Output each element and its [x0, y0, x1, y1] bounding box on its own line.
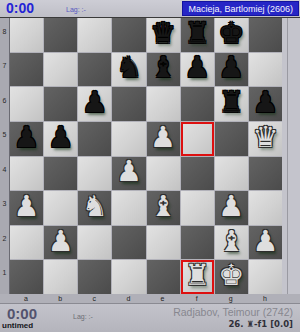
square-f4[interactable]: [181, 157, 214, 191]
top-lag-indicator: Lag: :-: [66, 6, 86, 13]
square-c1[interactable]: [78, 260, 111, 294]
file-label-c: c: [77, 294, 111, 303]
square-b3[interactable]: [44, 191, 77, 225]
piece-black-pawn-f7[interactable]: ♟: [184, 53, 210, 82]
square-a1[interactable]: [10, 260, 43, 294]
square-c8[interactable]: [78, 18, 111, 52]
square-e2[interactable]: [147, 226, 180, 260]
rank-label-8: 8: [0, 18, 9, 53]
square-h4[interactable]: [249, 157, 282, 191]
rank-labels: 87654321: [0, 18, 9, 294]
square-b1[interactable]: [44, 260, 77, 294]
piece-black-pawn-a5[interactable]: ♟: [14, 123, 40, 152]
square-g6[interactable]: ♜: [215, 87, 248, 121]
piece-white-pawn-b2[interactable]: ♟: [48, 227, 74, 256]
bottom-clock: 0:00: [7, 305, 37, 322]
square-a7[interactable]: [10, 53, 43, 87]
square-d2[interactable]: [112, 226, 145, 260]
square-h6[interactable]: ♟: [249, 87, 282, 121]
square-b5[interactable]: ♟: [44, 122, 77, 156]
piece-white-pawn-e5[interactable]: ♟: [150, 123, 176, 152]
square-d3[interactable]: [112, 191, 145, 225]
square-g1[interactable]: ♚: [215, 260, 248, 294]
square-c2[interactable]: [78, 226, 111, 260]
piece-black-knight-d7[interactable]: ♞: [116, 53, 142, 82]
square-f6[interactable]: [181, 87, 214, 121]
square-f3[interactable]: [181, 191, 214, 225]
piece-black-pawn-b5[interactable]: ♟: [48, 123, 74, 152]
piece-white-pawn-a3[interactable]: ♟: [14, 192, 40, 221]
piece-white-bishop-e3[interactable]: ♝: [150, 192, 176, 221]
square-f8[interactable]: ♜: [181, 18, 214, 52]
square-a6[interactable]: [10, 87, 43, 121]
file-label-d: d: [111, 294, 145, 303]
last-move-label: 26. ♜-f1 [0.0]: [228, 319, 293, 329]
square-h1[interactable]: [249, 260, 282, 294]
piece-black-pawn-h6[interactable]: ♟: [252, 88, 278, 117]
square-g8[interactable]: ♚: [215, 18, 248, 52]
piece-black-bishop-e7[interactable]: ♝: [150, 53, 176, 82]
file-label-b: b: [43, 294, 77, 303]
square-e3[interactable]: ♝: [147, 191, 180, 225]
bottom-player-name: Radjabov, Teimour (2742): [173, 306, 293, 318]
piece-black-rook-f8[interactable]: ♜: [184, 19, 210, 48]
piece-white-queen-h5[interactable]: ♛: [252, 123, 278, 152]
top-clock: 0:00: [6, 1, 34, 16]
piece-black-pawn-c6[interactable]: ♟: [82, 88, 108, 117]
square-h8[interactable]: [249, 18, 282, 52]
square-h7[interactable]: [249, 53, 282, 87]
corner-pad: [0, 294, 9, 303]
board-area: 87654321 ♛♜♚♞♝♟♟♟♜♟♟♟♟♛♟♟♞♝♟♟♝♟♜♚: [0, 17, 300, 294]
square-e5[interactable]: ♟: [147, 122, 180, 156]
square-h5[interactable]: ♛: [249, 122, 282, 156]
square-g7[interactable]: ♟: [215, 53, 248, 87]
rank-label-5: 5: [0, 122, 9, 157]
piece-black-king-g8[interactable]: ♚: [218, 19, 244, 48]
piece-black-queen-e8[interactable]: ♛: [150, 19, 176, 48]
file-label-g: g: [214, 294, 248, 303]
square-a2[interactable]: [10, 226, 43, 260]
square-d5[interactable]: [112, 122, 145, 156]
square-b7[interactable]: [44, 53, 77, 87]
square-b8[interactable]: [44, 18, 77, 52]
square-c7[interactable]: [78, 53, 111, 87]
square-d4[interactable]: ♟: [112, 157, 145, 191]
chess-board[interactable]: ♛♜♚♞♝♟♟♟♜♟♟♟♟♛♟♟♞♝♟♟♝♟♜♚: [9, 18, 282, 294]
square-g2[interactable]: ♝: [215, 226, 248, 260]
square-a4[interactable]: [10, 157, 43, 191]
square-a5[interactable]: ♟: [10, 122, 43, 156]
square-b6[interactable]: [44, 87, 77, 121]
piece-white-knight-c3[interactable]: ♞: [82, 192, 108, 221]
file-label-e: e: [146, 294, 180, 303]
square-e7[interactable]: ♝: [147, 53, 180, 87]
piece-white-rook-f1[interactable]: ♜: [184, 261, 210, 290]
rank-label-6: 6: [0, 87, 9, 122]
square-d8[interactable]: [112, 18, 145, 52]
piece-white-king-g1[interactable]: ♚: [218, 261, 244, 290]
square-d7[interactable]: ♞: [112, 53, 145, 87]
piece-black-pawn-g7[interactable]: ♟: [218, 53, 244, 82]
bottom-player-bar: 0:00 untimed Lag: :- Radjabov, Teimour (…: [0, 304, 300, 332]
piece-white-pawn-d4[interactable]: ♟: [116, 157, 142, 186]
square-e8[interactable]: ♛: [147, 18, 180, 52]
right-margin: [282, 18, 300, 294]
chess-app-window: 0:00 Lag: :- Macieja, Bartlomiej (2606) …: [0, 0, 300, 332]
rank-label-3: 3: [0, 191, 9, 226]
square-b4[interactable]: [44, 157, 77, 191]
square-a8[interactable]: [10, 18, 43, 52]
square-e6[interactable]: [147, 87, 180, 121]
square-g3[interactable]: ♟: [215, 191, 248, 225]
square-f7[interactable]: ♟: [181, 53, 214, 87]
file-labels: abcdefgh: [9, 294, 282, 303]
top-player-bar: 0:00 Lag: :- Macieja, Bartlomiej (2606): [0, 0, 300, 17]
square-e1[interactable]: [147, 260, 180, 294]
square-d1[interactable]: [112, 260, 145, 294]
piece-black-rook-g6[interactable]: ♜: [218, 88, 244, 117]
square-f2[interactable]: [181, 226, 214, 260]
square-h3[interactable]: [249, 191, 282, 225]
square-c4[interactable]: [78, 157, 111, 191]
square-c3[interactable]: ♞: [78, 191, 111, 225]
top-player-name: Macieja, Bartlomiej (2606): [182, 1, 299, 16]
square-e4[interactable]: [147, 157, 180, 191]
rank-label-2: 2: [0, 225, 9, 260]
square-f1[interactable]: ♜: [181, 260, 214, 294]
piece-white-bishop-g2[interactable]: ♝: [218, 227, 244, 256]
square-b2[interactable]: ♟: [44, 226, 77, 260]
rank-label-7: 7: [0, 53, 9, 88]
square-a3[interactable]: ♟: [10, 191, 43, 225]
square-c6[interactable]: ♟: [78, 87, 111, 121]
file-label-f: f: [180, 294, 214, 303]
square-d6[interactable]: [112, 87, 145, 121]
square-g5[interactable]: [215, 122, 248, 156]
time-control-label: untimed: [2, 321, 33, 330]
square-g4[interactable]: [215, 157, 248, 191]
file-label-a: a: [9, 294, 43, 303]
piece-white-pawn-h2[interactable]: ♟: [252, 227, 278, 256]
file-labels-row: abcdefgh: [0, 294, 300, 304]
file-label-h: h: [248, 294, 282, 303]
rank-label-1: 1: [0, 260, 9, 295]
square-f5[interactable]: [181, 122, 214, 156]
rank-label-4: 4: [0, 156, 9, 191]
square-h2[interactable]: ♟: [249, 226, 282, 260]
piece-white-pawn-g3[interactable]: ♟: [218, 192, 244, 221]
square-c5[interactable]: [78, 122, 111, 156]
bottom-lag-indicator: Lag: :-: [73, 313, 93, 320]
